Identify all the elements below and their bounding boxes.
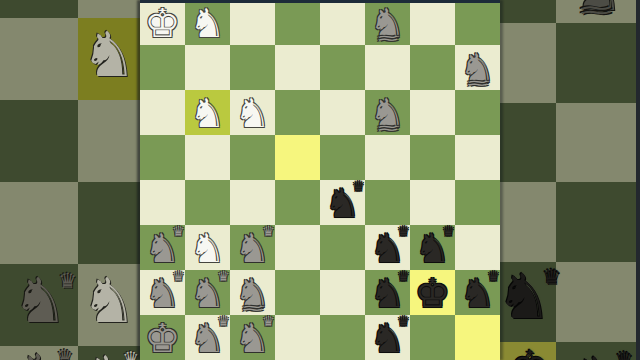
square-c4r5[interactable]	[320, 225, 365, 270]
square-c4r0[interactable]	[320, 0, 365, 45]
crown-icon: ♛	[217, 270, 229, 284]
grey-king[interactable]: ♚	[140, 315, 185, 360]
square-c5r1[interactable]	[365, 45, 410, 90]
blurred-white-knight: ♞	[78, 270, 140, 332]
black-crowned-knight[interactable]: ♞♛	[410, 225, 455, 270]
square-c3r4[interactable]	[275, 180, 320, 225]
square-c4r2[interactable]	[320, 90, 365, 135]
square-c3r0[interactable]	[275, 0, 320, 45]
blurred-square	[0, 18, 78, 100]
square-c2r1[interactable]	[230, 45, 275, 90]
grey-nightrider[interactable]: ♞≈	[365, 90, 410, 135]
square-c4r3[interactable]	[320, 135, 365, 180]
square-c4r7[interactable]	[320, 315, 365, 360]
grey-crowned-knight[interactable]: ♞♛	[230, 225, 275, 270]
wave-base-icon: ≈	[577, 0, 616, 22]
white-knight[interactable]: ♞	[185, 90, 230, 135]
blurred-white-knight: ♞	[78, 24, 140, 86]
blurred-grey-crowned-knight: ♞♛	[74, 349, 140, 360]
king-glyph: ♚	[510, 345, 549, 360]
square-c7r2[interactable]	[455, 90, 500, 135]
square-c3r3-highlighted[interactable]	[275, 135, 320, 180]
square-c4r6[interactable]	[320, 270, 365, 315]
knight-glyph: ♞	[81, 24, 137, 86]
crown-icon: ♛	[352, 180, 364, 194]
blurred-square	[78, 0, 140, 18]
crown-icon: ♛	[487, 270, 499, 284]
blurred-grey-crowned-knight: ♞♛	[2, 270, 78, 332]
blurred-square	[500, 23, 556, 103]
white-king[interactable]: ♚	[140, 0, 185, 45]
crown-icon: ♛	[397, 315, 409, 329]
black-crowned-knight[interactable]: ♞♛	[365, 315, 410, 360]
blurred-square	[0, 0, 78, 18]
crown-icon: ♛	[172, 225, 184, 239]
blurred-square	[78, 100, 140, 182]
square-c6r7[interactable]	[410, 315, 455, 360]
knight-glyph: ♞	[235, 93, 271, 133]
square-c0r2[interactable]	[140, 90, 185, 135]
blurred-square	[78, 182, 140, 264]
knight-glyph: ♞	[190, 228, 226, 268]
square-c2r3[interactable]	[230, 135, 275, 180]
grey-nightrider[interactable]: ♞≈	[455, 45, 500, 90]
blurred-square	[0, 100, 78, 182]
black-crowned-knight[interactable]: ♞♛	[455, 270, 500, 315]
square-c6r4[interactable]	[410, 180, 455, 225]
wave-base-icon: ≈	[375, 31, 399, 46]
blurred-square	[556, 182, 636, 262]
square-c1r1[interactable]	[185, 45, 230, 90]
square-c2r4[interactable]	[230, 180, 275, 225]
black-crowned-knight[interactable]: ♞♛	[365, 270, 410, 315]
knight-glyph: ♞	[190, 3, 226, 43]
square-c5r3[interactable]	[365, 135, 410, 180]
square-c0r3[interactable]	[140, 135, 185, 180]
grey-nightrider[interactable]: ♞≈	[230, 270, 275, 315]
square-c3r5[interactable]	[275, 225, 320, 270]
square-c6r0[interactable]	[410, 0, 455, 45]
blurred-grey-crowned-knight: ♞♛	[4, 347, 74, 360]
square-c4r1[interactable]	[320, 45, 365, 90]
crown-icon: ♛	[397, 225, 409, 239]
knight-glyph: ♞	[81, 270, 137, 332]
crown-icon: ♛	[542, 266, 561, 287]
grey-crowned-knight[interactable]: ♞♛	[230, 315, 275, 360]
white-knight[interactable]: ♞	[185, 0, 230, 45]
grey-nightrider[interactable]: ♞≈	[365, 0, 410, 45]
square-c6r1[interactable]	[410, 45, 455, 90]
blurred-left-margin: ♞♞♛♞♞♛♞♛	[0, 0, 140, 360]
blurred-black-crowned-knight: ♞♛	[558, 349, 634, 360]
blurred-square	[556, 23, 636, 103]
square-c6r2[interactable]	[410, 90, 455, 135]
king-glyph: ♚	[145, 318, 181, 358]
crown-icon: ♛	[262, 225, 274, 239]
square-c7r0[interactable]	[455, 0, 500, 45]
blurred-grey-nightrider: ♞≈	[556, 0, 636, 20]
black-king[interactable]: ♚	[410, 270, 455, 315]
crown-icon: ♛	[262, 315, 274, 329]
wave-base-icon: ≈	[240, 301, 264, 316]
crown-icon: ♛	[172, 270, 184, 284]
blurred-square	[500, 103, 556, 182]
crown-icon: ♛	[397, 270, 409, 284]
blurred-black-king: ♚	[508, 345, 552, 360]
crown-icon: ♛	[442, 225, 454, 239]
king-glyph: ♚	[415, 273, 451, 313]
blurred-square	[0, 182, 78, 264]
grey-crowned-knight[interactable]: ♞♛	[140, 225, 185, 270]
wave-base-icon: ≈	[375, 121, 399, 136]
grey-crowned-knight[interactable]: ♞♛	[140, 270, 185, 315]
wave-base-icon: ≈	[465, 76, 489, 91]
grey-crowned-knight[interactable]: ♞♛	[185, 270, 230, 315]
square-c5r4[interactable]	[365, 180, 410, 225]
blurred-square	[556, 262, 636, 342]
square-c7r7-highlighted[interactable]	[455, 315, 500, 360]
video-top-strip	[140, 0, 500, 3]
square-c3r7[interactable]	[275, 315, 320, 360]
square-c1r4[interactable]	[185, 180, 230, 225]
chess-board[interactable]: ♚♞♞≈♞≈♞♞♞≈♞♛♞♛♞♞♛♞♛♞♛♞♛♞♛♞≈♞♛♚♞♛♚♞♛♞♛♞♛	[140, 0, 500, 360]
square-c1r3[interactable]	[185, 135, 230, 180]
knight-glyph: ♞	[190, 93, 226, 133]
square-c7r5[interactable]	[455, 225, 500, 270]
square-c3r2[interactable]	[275, 90, 320, 135]
square-c7r3[interactable]	[455, 135, 500, 180]
square-c3r1[interactable]	[275, 45, 320, 90]
crown-icon: ♛	[58, 270, 77, 291]
white-knight[interactable]: ♞	[185, 225, 230, 270]
crown-icon: ♛	[615, 349, 633, 360]
grey-crowned-knight[interactable]: ♞♛	[185, 315, 230, 360]
blurred-square	[556, 103, 636, 182]
square-c0r1[interactable]	[140, 45, 185, 90]
black-crowned-knight[interactable]: ♞♛	[365, 225, 410, 270]
crown-icon: ♛	[122, 349, 139, 360]
square-c7r4[interactable]	[455, 180, 500, 225]
screenshot-canvas: ♞♞♛♞♞♛♞♛ ♞≈♞♛♚♞♛ ♚♞♞≈♞≈♞♞♞≈♞♛♞♛♞♞♛♞♛♞♛♞♛…	[0, 0, 640, 360]
blurred-right-margin: ♞≈♞♛♚♞♛	[500, 0, 640, 360]
black-crowned-knight[interactable]: ♞♛	[320, 180, 365, 225]
square-c0r4[interactable]	[140, 180, 185, 225]
blurred-square	[636, 0, 640, 360]
square-c6r3[interactable]	[410, 135, 455, 180]
white-knight[interactable]: ♞	[230, 90, 275, 135]
crown-icon: ♛	[56, 347, 73, 360]
square-c3r6[interactable]	[275, 270, 320, 315]
blurred-square	[500, 0, 556, 23]
crown-icon: ♛	[217, 315, 229, 329]
square-c2r0[interactable]	[230, 0, 275, 45]
blurred-square	[500, 182, 556, 262]
king-glyph: ♚	[145, 3, 181, 43]
